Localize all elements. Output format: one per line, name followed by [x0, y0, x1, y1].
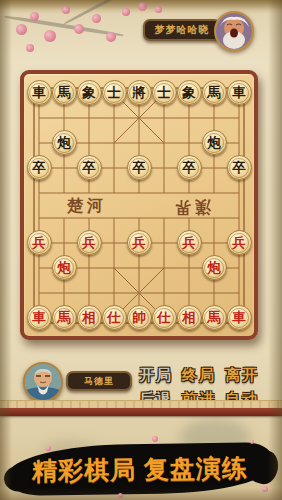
- board-point-e2[interactable]: [127, 280, 152, 305]
- board-point-a10[interactable]: 車: [27, 80, 52, 105]
- board-point-b3[interactable]: 炮: [52, 255, 77, 280]
- board-point-h5[interactable]: [202, 205, 227, 230]
- board-point-i10[interactable]: 車: [227, 80, 252, 105]
- red-piece-兵[interactable]: 兵: [77, 230, 102, 255]
- blossom-petal: [155, 6, 162, 13]
- board-point-f1[interactable]: 仕: [152, 305, 177, 330]
- black-piece-卒[interactable]: 卒: [227, 155, 252, 180]
- board-point-f9[interactable]: [152, 105, 177, 130]
- xiangqi-app-screen: 梦梦哈哈晓: [0, 0, 282, 500]
- blossom-petal: [74, 24, 84, 34]
- black-piece-卒[interactable]: 卒: [27, 155, 52, 180]
- board-point-a9[interactable]: [27, 105, 52, 130]
- board-point-c7[interactable]: 卒: [77, 155, 102, 180]
- opponent-avatar-image: [216, 13, 252, 49]
- board-point-i3[interactable]: [227, 255, 252, 280]
- board-point-b5[interactable]: [52, 205, 77, 230]
- opponent-avatar[interactable]: [214, 11, 254, 51]
- board-point-f8[interactable]: [152, 130, 177, 155]
- blossom-petal: [122, 8, 130, 16]
- black-piece-炮[interactable]: 炮: [202, 130, 227, 155]
- black-piece-車[interactable]: 車: [27, 80, 52, 105]
- piece-glyph: 馬: [57, 86, 71, 100]
- leave-button[interactable]: 离开: [225, 366, 259, 385]
- board-point-b2[interactable]: [52, 280, 77, 305]
- board-point-g1[interactable]: 相: [177, 305, 202, 330]
- board-point-d6[interactable]: [102, 180, 127, 205]
- board-point-f5[interactable]: [152, 205, 177, 230]
- board-point-d10[interactable]: 士: [102, 80, 127, 105]
- panel-divider-bar: [0, 408, 282, 416]
- board-point-a5[interactable]: [27, 205, 52, 230]
- piece-glyph: 炮: [207, 261, 221, 275]
- blossom-petal: [16, 24, 27, 35]
- piece-glyph: 士: [157, 86, 171, 100]
- board-point-i9[interactable]: [227, 105, 252, 130]
- red-piece-相[interactable]: 相: [177, 305, 202, 330]
- board-point-f3[interactable]: [152, 255, 177, 280]
- piece-glyph: 相: [182, 311, 196, 325]
- player-name-badge: 马德里: [66, 371, 132, 391]
- board-point-f4[interactable]: [152, 230, 177, 255]
- board-point-b10[interactable]: 馬: [52, 80, 77, 105]
- board-point-c4[interactable]: 兵: [77, 230, 102, 255]
- board-point-f6[interactable]: [152, 180, 177, 205]
- board-point-e3[interactable]: [127, 255, 152, 280]
- board-point-c2[interactable]: [77, 280, 102, 305]
- board-point-g7[interactable]: 卒: [177, 155, 202, 180]
- blossom-petal: [62, 6, 70, 14]
- piece-glyph: 帥: [132, 311, 146, 325]
- board-grid: 車馬象士將士象馬車炮炮卒卒卒卒卒兵兵兵兵兵炮炮車馬相仕帥仕相馬車: [27, 80, 252, 330]
- board-point-e1[interactable]: 帥: [127, 305, 152, 330]
- board-point-e9[interactable]: [127, 105, 152, 130]
- board-point-h9[interactable]: [202, 105, 227, 130]
- red-piece-炮[interactable]: 炮: [202, 255, 227, 280]
- piece-glyph: 卒: [182, 161, 196, 175]
- piece-glyph: 炮: [57, 261, 71, 275]
- board-point-f7[interactable]: [152, 155, 177, 180]
- board-point-h1[interactable]: 馬: [202, 305, 227, 330]
- red-piece-炮[interactable]: 炮: [52, 255, 77, 280]
- board-point-b7[interactable]: [52, 155, 77, 180]
- board-point-i6[interactable]: [227, 180, 252, 205]
- board-point-g4[interactable]: 兵: [177, 230, 202, 255]
- black-piece-卒[interactable]: 卒: [177, 155, 202, 180]
- control-row-1: 开局 终局 离开: [139, 366, 259, 385]
- board-point-c10[interactable]: 象: [77, 80, 102, 105]
- board-point-c9[interactable]: [77, 105, 102, 130]
- board-point-a6[interactable]: [27, 180, 52, 205]
- red-piece-兵[interactable]: 兵: [27, 230, 52, 255]
- black-piece-象[interactable]: 象: [177, 80, 202, 105]
- black-piece-車[interactable]: 車: [227, 80, 252, 105]
- board-point-a8[interactable]: [27, 130, 52, 155]
- piece-glyph: 馬: [57, 311, 71, 325]
- piece-glyph: 兵: [232, 236, 246, 250]
- red-piece-相[interactable]: 相: [77, 305, 102, 330]
- final-position-button[interactable]: 终局: [182, 366, 216, 385]
- opponent-name-badge: 梦梦哈哈晓: [143, 19, 221, 41]
- red-piece-車[interactable]: 車: [227, 305, 252, 330]
- board-point-a7[interactable]: 卒: [27, 155, 52, 180]
- board-point-g10[interactable]: 象: [177, 80, 202, 105]
- black-piece-將[interactable]: 將: [127, 80, 152, 105]
- board-point-a3[interactable]: [27, 255, 52, 280]
- board-point-e6[interactable]: [127, 180, 152, 205]
- board-point-a1[interactable]: 車: [27, 305, 52, 330]
- player-avatar[interactable]: [23, 362, 63, 402]
- blossom-petal: [250, 440, 254, 444]
- piece-glyph: 馬: [207, 311, 221, 325]
- blossom-petal: [44, 30, 56, 42]
- black-piece-象[interactable]: 象: [77, 80, 102, 105]
- blossom-petal: [92, 14, 101, 23]
- piece-glyph: 車: [32, 311, 46, 325]
- board-point-e5[interactable]: [127, 205, 152, 230]
- board-point-f10[interactable]: 士: [152, 80, 177, 105]
- black-piece-馬[interactable]: 馬: [52, 80, 77, 105]
- board-point-g9[interactable]: [177, 105, 202, 130]
- blossom-petal: [262, 486, 268, 492]
- board-point-c5[interactable]: [77, 205, 102, 230]
- board-point-i2[interactable]: [227, 280, 252, 305]
- board-point-d1[interactable]: 仕: [102, 305, 127, 330]
- blossom-petal: [138, 2, 147, 11]
- opponent-name: 梦梦哈哈晓: [155, 23, 210, 37]
- board-point-b6[interactable]: [52, 180, 77, 205]
- board-point-d3[interactable]: [102, 255, 127, 280]
- board-point-i5[interactable]: [227, 205, 252, 230]
- board-point-c6[interactable]: [77, 180, 102, 205]
- black-piece-卒[interactable]: 卒: [77, 155, 102, 180]
- red-piece-兵[interactable]: 兵: [177, 230, 202, 255]
- blossom-petal: [46, 446, 51, 451]
- board-point-e8[interactable]: [127, 130, 152, 155]
- board-point-h3[interactable]: 炮: [202, 255, 227, 280]
- board-point-d2[interactable]: [102, 280, 127, 305]
- board-point-g2[interactable]: [177, 280, 202, 305]
- black-piece-馬[interactable]: 馬: [202, 80, 227, 105]
- red-piece-帥[interactable]: 帥: [127, 305, 152, 330]
- red-piece-車[interactable]: 車: [27, 305, 52, 330]
- piece-glyph: 車: [32, 86, 46, 100]
- board-point-h2[interactable]: [202, 280, 227, 305]
- board-point-g3[interactable]: [177, 255, 202, 280]
- xiangqi-board: 楚河 漢界 車馬象士將士象馬車炮炮卒卒卒卒卒兵兵兵兵兵炮炮車馬相仕帥仕相馬車: [20, 70, 258, 340]
- blossom-petal: [152, 436, 158, 442]
- black-piece-士[interactable]: 士: [102, 80, 127, 105]
- blossom-petal: [106, 32, 116, 42]
- piece-glyph: 兵: [82, 236, 96, 250]
- piece-glyph: 兵: [182, 236, 196, 250]
- board-point-h6[interactable]: [202, 180, 227, 205]
- board-point-a2[interactable]: [27, 280, 52, 305]
- blossom-petal: [30, 12, 39, 21]
- board-point-d9[interactable]: [102, 105, 127, 130]
- piece-glyph: 卒: [32, 161, 46, 175]
- board-point-h7[interactable]: [202, 155, 227, 180]
- blossom-petal: [118, 493, 123, 498]
- board-point-e4[interactable]: 兵: [127, 230, 152, 255]
- board-point-h8[interactable]: 炮: [202, 130, 227, 155]
- piece-glyph: 將: [132, 86, 146, 100]
- piece-glyph: 兵: [132, 236, 146, 250]
- red-piece-馬[interactable]: 馬: [52, 305, 77, 330]
- piece-glyph: 卒: [132, 161, 146, 175]
- piece-glyph: 車: [232, 86, 246, 100]
- promo-banner-text: 精彩棋局 复盘演练: [32, 451, 248, 487]
- piece-glyph: 象: [182, 86, 196, 100]
- board-point-g8[interactable]: [177, 130, 202, 155]
- board-point-c8[interactable]: [77, 130, 102, 155]
- board-point-g5[interactable]: [177, 205, 202, 230]
- board-point-i8[interactable]: [227, 130, 252, 155]
- board-point-h10[interactable]: 馬: [202, 80, 227, 105]
- board-point-c1[interactable]: 相: [77, 305, 102, 330]
- board-point-h4[interactable]: [202, 230, 227, 255]
- piece-glyph: 炮: [57, 136, 71, 150]
- piece-glyph: 卒: [232, 161, 246, 175]
- board-point-i4[interactable]: 兵: [227, 230, 252, 255]
- board-point-e10[interactable]: 將: [127, 80, 152, 105]
- board-point-d4[interactable]: [102, 230, 127, 255]
- blossom-petal: [26, 44, 34, 52]
- board-point-b4[interactable]: [52, 230, 77, 255]
- board-point-d5[interactable]: [102, 205, 127, 230]
- board-point-a4[interactable]: 兵: [27, 230, 52, 255]
- piece-glyph: 仕: [157, 311, 171, 325]
- black-piece-卒[interactable]: 卒: [127, 155, 152, 180]
- board-point-b8[interactable]: 炮: [52, 130, 77, 155]
- red-piece-馬[interactable]: 馬: [202, 305, 227, 330]
- piece-glyph: 炮: [207, 136, 221, 150]
- black-piece-炮[interactable]: 炮: [52, 130, 77, 155]
- piece-glyph: 馬: [207, 86, 221, 100]
- board-point-d7[interactable]: [102, 155, 127, 180]
- piece-glyph: 士: [107, 86, 121, 100]
- piece-glyph: 相: [82, 311, 96, 325]
- red-piece-仕[interactable]: 仕: [102, 305, 127, 330]
- piece-glyph: 車: [232, 311, 246, 325]
- red-piece-兵[interactable]: 兵: [227, 230, 252, 255]
- board-point-b1[interactable]: 馬: [52, 305, 77, 330]
- red-piece-兵[interactable]: 兵: [127, 230, 152, 255]
- board-point-b9[interactable]: [52, 105, 77, 130]
- board-point-e7[interactable]: 卒: [127, 155, 152, 180]
- piece-glyph: 仕: [107, 311, 121, 325]
- board-point-i1[interactable]: 車: [227, 305, 252, 330]
- piece-glyph: 象: [82, 86, 96, 100]
- player-avatar-image: [25, 364, 61, 400]
- player-name: 马德里: [84, 375, 114, 388]
- board-point-i7[interactable]: 卒: [227, 155, 252, 180]
- board-point-c3[interactable]: [77, 255, 102, 280]
- board-point-f2[interactable]: [152, 280, 177, 305]
- board-point-d8[interactable]: [102, 130, 127, 155]
- piece-glyph: 兵: [32, 236, 46, 250]
- opening-button[interactable]: 开局: [139, 366, 173, 385]
- piece-glyph: 卒: [82, 161, 96, 175]
- board-point-g6[interactable]: [177, 180, 202, 205]
- black-piece-士[interactable]: 士: [152, 80, 177, 105]
- red-piece-仕[interactable]: 仕: [152, 305, 177, 330]
